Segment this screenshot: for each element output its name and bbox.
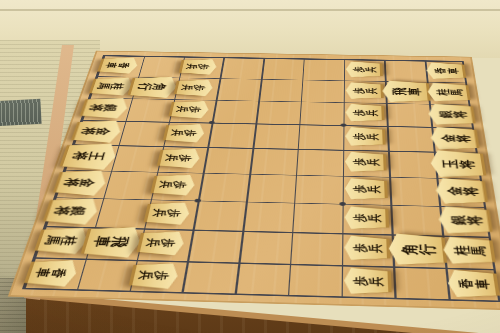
piece-pawn-right-r1[interactable]: 歩 兵 — [345, 79, 380, 102]
board-surface: 香 車歩 兵歩 兵香 車桂 馬角 行歩 兵歩 兵飛 車桂 馬銀 将歩 兵歩 兵銀… — [8, 51, 500, 311]
piece-pawn-right-r4[interactable]: 歩 兵 — [345, 148, 384, 176]
piece-kanji: 香 車 — [34, 268, 67, 278]
pieces-layer: 香 車歩 兵歩 兵香 車桂 馬角 行歩 兵歩 兵飛 車桂 馬銀 将歩 兵歩 兵銀… — [22, 55, 500, 302]
piece-rook-right-r1[interactable]: 飛 車 — [382, 76, 428, 106]
board-perspective-wrapper: 香 車歩 兵歩 兵香 車桂 馬角 行歩 兵歩 兵飛 車桂 馬銀 将歩 兵歩 兵銀… — [0, 0, 500, 333]
piece-kanji: 歩 兵 — [145, 238, 176, 248]
piece-pawn-left-r3[interactable]: 歩 兵 — [165, 120, 207, 146]
piece-kanji: 歩 兵 — [176, 106, 202, 113]
piece-body: 歩 兵 — [153, 170, 198, 200]
piece-kanji: 歩 兵 — [353, 109, 378, 116]
piece-kanji: 歩 兵 — [165, 154, 193, 162]
piece-body: 歩 兵 — [181, 56, 219, 78]
piece-kanji: 歩 兵 — [159, 180, 188, 188]
piece-kanji: 銀 将 — [449, 215, 483, 226]
piece-kanji: 歩 兵 — [186, 64, 211, 70]
piece-kanji: 銀 将 — [438, 111, 468, 119]
piece-pawn-right-r0[interactable]: 歩 兵 — [345, 59, 379, 81]
piece-body: 歩 兵 — [139, 227, 187, 261]
piece-kanji: 歩 兵 — [138, 270, 170, 280]
piece-body: 香 車 — [25, 255, 81, 293]
piece-body: 歩 兵 — [146, 197, 193, 229]
piece-lance-left-r8[interactable]: 香 車 — [25, 255, 81, 293]
piece-body: 歩 兵 — [171, 98, 211, 123]
piece-kanji: 歩 兵 — [353, 185, 381, 193]
piece-kanji: 角 行 — [136, 83, 167, 91]
piece-kanji: 歩 兵 — [353, 213, 382, 222]
piece-body: 歩 兵 — [344, 174, 384, 204]
piece-kanji: 金 将 — [446, 186, 479, 196]
piece-kanji: 金 将 — [62, 178, 96, 188]
piece-kanji: 桂 馬 — [436, 89, 463, 96]
piece-pawn-right-r7[interactable]: 歩 兵 — [344, 231, 387, 265]
piece-pawn-left-r8[interactable]: 歩 兵 — [131, 258, 181, 294]
piece-kanji: 銀 将 — [88, 104, 119, 112]
piece-body: 歩 兵 — [165, 120, 207, 146]
piece-body: 歩 兵 — [345, 148, 384, 176]
piece-body: 歩 兵 — [131, 258, 181, 294]
piece-body: 香 車 — [446, 265, 497, 304]
piece-kanji: 桂 馬 — [97, 83, 125, 90]
piece-kanji: 香 車 — [105, 62, 130, 68]
piece-body: 歩 兵 — [343, 263, 388, 300]
piece-kanji: 歩 兵 — [353, 87, 377, 94]
photo-scene: 香 車歩 兵歩 兵香 車桂 馬角 行歩 兵歩 兵飛 車桂 馬銀 将歩 兵歩 兵銀… — [0, 0, 500, 333]
piece-pawn-right-r6[interactable]: 歩 兵 — [344, 202, 386, 234]
shogi-board: 香 車歩 兵歩 兵香 車桂 馬角 行歩 兵歩 兵飛 車桂 馬銀 将歩 兵歩 兵銀… — [8, 51, 500, 311]
piece-kanji: 歩 兵 — [353, 243, 383, 253]
piece-kanji: 飛 車 — [393, 87, 424, 95]
piece-kanji: 歩 兵 — [170, 129, 197, 136]
piece-kanji: 金 将 — [440, 134, 471, 143]
piece-bishop-right-r7[interactable]: 角 行 — [388, 228, 445, 273]
piece-kanji: 歩 兵 — [181, 84, 206, 91]
piece-body: 角 行 — [128, 72, 179, 102]
piece-pawn-left-r6[interactable]: 歩 兵 — [146, 197, 193, 229]
piece-pawn-left-r0[interactable]: 歩 兵 — [181, 56, 219, 78]
piece-lance-right-r8[interactable]: 香 車 — [446, 265, 497, 304]
piece-bishop-left-r1[interactable]: 角 行 — [128, 72, 179, 102]
piece-body: 歩 兵 — [345, 124, 383, 150]
piece-pawn-right-r8[interactable]: 歩 兵 — [343, 263, 388, 300]
piece-pawn-right-r2[interactable]: 歩 兵 — [345, 101, 382, 126]
piece-kanji: 金 将 — [80, 127, 112, 135]
piece-body: 歩 兵 — [345, 79, 380, 102]
piece-pawn-left-r5[interactable]: 歩 兵 — [153, 170, 198, 200]
piece-pawn-left-r4[interactable]: 歩 兵 — [159, 144, 202, 172]
piece-kanji: 香 車 — [435, 68, 460, 74]
piece-pawn-left-r7[interactable]: 歩 兵 — [139, 227, 187, 261]
piece-body: 歩 兵 — [345, 59, 379, 81]
piece-body: 歩 兵 — [344, 202, 386, 234]
piece-kanji: 桂 馬 — [44, 236, 78, 246]
piece-pawn-right-r3[interactable]: 歩 兵 — [345, 124, 383, 150]
piece-kanji: 歩 兵 — [353, 276, 384, 286]
piece-body: 歩 兵 — [344, 231, 387, 265]
piece-body: 歩 兵 — [159, 144, 202, 172]
piece-kanji: 桂 馬 — [454, 246, 487, 257]
piece-kanji: 飛 車 — [91, 236, 129, 248]
piece-kanji: 王 将 — [70, 151, 105, 161]
piece-kanji: 歩 兵 — [353, 66, 377, 72]
piece-kanji: 玉 将 — [443, 159, 477, 169]
piece-body: 歩 兵 — [345, 101, 382, 126]
piece-pawn-left-r1[interactable]: 歩 兵 — [176, 76, 215, 99]
piece-kanji: 銀 将 — [53, 206, 88, 216]
piece-body: 飛 車 — [382, 76, 428, 106]
piece-pawn-left-r2[interactable]: 歩 兵 — [171, 98, 211, 123]
piece-kanji: 香 車 — [458, 279, 490, 290]
piece-body: 角 行 — [388, 228, 445, 273]
piece-pawn-right-r5[interactable]: 歩 兵 — [344, 174, 384, 204]
piece-kanji: 歩 兵 — [353, 158, 380, 166]
piece-kanji: 歩 兵 — [353, 133, 379, 140]
piece-kanji: 歩 兵 — [152, 208, 182, 217]
piece-body: 歩 兵 — [176, 76, 215, 99]
piece-kanji: 角 行 — [401, 244, 438, 256]
